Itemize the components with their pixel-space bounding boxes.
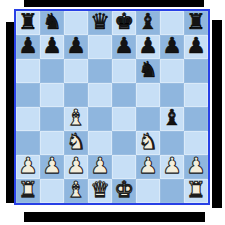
square-e3[interactable]	[112, 131, 136, 155]
black-pawn[interactable]: ♟	[18, 35, 38, 58]
black-rook[interactable]: ♜	[18, 11, 38, 34]
black-rook[interactable]: ♜	[186, 11, 206, 34]
square-g3[interactable]	[160, 131, 184, 155]
square-a5[interactable]	[16, 83, 40, 107]
chess-app-window: ♜♞♛♚♝♜♟♟♟♟♟♟♟♞♝♝♞♞♟♟♟♟♟♟♟♜♝♛♚♜	[0, 0, 225, 225]
square-b7[interactable]: ♟	[40, 35, 64, 59]
square-c2[interactable]: ♟	[64, 155, 88, 179]
square-g6[interactable]	[160, 59, 184, 83]
square-c3[interactable]: ♞	[64, 131, 88, 155]
square-e7[interactable]: ♟	[112, 35, 136, 59]
white-pawn[interactable]: ♟	[42, 155, 62, 178]
black-pawn[interactable]: ♟	[138, 35, 158, 58]
square-b1[interactable]	[40, 179, 64, 203]
square-b4[interactable]	[40, 107, 64, 131]
white-knight[interactable]: ♞	[66, 131, 86, 154]
square-e2[interactable]	[112, 155, 136, 179]
black-pawn[interactable]: ♟	[66, 35, 86, 58]
square-b8[interactable]: ♞	[40, 11, 64, 35]
chess-board: ♜♞♛♚♝♜♟♟♟♟♟♟♟♞♝♝♞♞♟♟♟♟♟♟♟♜♝♛♚♜	[14, 9, 210, 205]
square-d4[interactable]	[88, 107, 112, 131]
white-bishop[interactable]: ♝	[66, 179, 86, 202]
square-f5[interactable]	[136, 83, 160, 107]
square-e8[interactable]: ♚	[112, 11, 136, 35]
white-king[interactable]: ♚	[114, 179, 134, 202]
square-f8[interactable]: ♝	[136, 11, 160, 35]
square-h6[interactable]	[184, 59, 208, 83]
black-bishop[interactable]: ♝	[138, 11, 158, 34]
square-f7[interactable]: ♟	[136, 35, 160, 59]
square-g2[interactable]: ♟	[160, 155, 184, 179]
square-c4[interactable]: ♝	[64, 107, 88, 131]
square-b6[interactable]	[40, 59, 64, 83]
square-h3[interactable]	[184, 131, 208, 155]
square-e1[interactable]: ♚	[112, 179, 136, 203]
square-a7[interactable]: ♟	[16, 35, 40, 59]
square-c7[interactable]: ♟	[64, 35, 88, 59]
white-pawn[interactable]: ♟	[18, 155, 38, 178]
white-pawn[interactable]: ♟	[66, 155, 86, 178]
square-d1[interactable]: ♛	[88, 179, 112, 203]
square-a3[interactable]	[16, 131, 40, 155]
white-pawn[interactable]: ♟	[186, 155, 206, 178]
board-frame-shadow-bottom	[24, 212, 205, 222]
square-d6[interactable]	[88, 59, 112, 83]
square-g8[interactable]	[160, 11, 184, 35]
square-d7[interactable]	[88, 35, 112, 59]
board-frame-shadow-left	[6, 22, 14, 203]
square-c5[interactable]	[64, 83, 88, 107]
square-a1[interactable]: ♜	[16, 179, 40, 203]
white-knight[interactable]: ♞	[138, 131, 158, 154]
square-h7[interactable]: ♟	[184, 35, 208, 59]
square-d3[interactable]	[88, 131, 112, 155]
square-f1[interactable]	[136, 179, 160, 203]
square-g4[interactable]: ♝	[160, 107, 184, 131]
white-rook[interactable]: ♜	[18, 179, 38, 202]
square-e4[interactable]	[112, 107, 136, 131]
black-pawn[interactable]: ♟	[114, 35, 134, 58]
black-bishop[interactable]: ♝	[162, 107, 182, 130]
black-queen[interactable]: ♛	[90, 11, 110, 34]
white-queen[interactable]: ♛	[90, 179, 110, 202]
square-f4[interactable]	[136, 107, 160, 131]
square-e5[interactable]	[112, 83, 136, 107]
square-f2[interactable]: ♟	[136, 155, 160, 179]
square-b2[interactable]: ♟	[40, 155, 64, 179]
white-pawn[interactable]: ♟	[162, 155, 182, 178]
square-h8[interactable]: ♜	[184, 11, 208, 35]
square-d5[interactable]	[88, 83, 112, 107]
square-c8[interactable]	[64, 11, 88, 35]
black-king[interactable]: ♚	[114, 11, 134, 34]
white-rook[interactable]: ♜	[186, 179, 206, 202]
square-h4[interactable]	[184, 107, 208, 131]
square-a8[interactable]: ♜	[16, 11, 40, 35]
board-frame-shadow-right	[212, 20, 222, 208]
square-d8[interactable]: ♛	[88, 11, 112, 35]
square-g1[interactable]	[160, 179, 184, 203]
black-knight[interactable]: ♞	[42, 11, 62, 34]
black-pawn[interactable]: ♟	[162, 35, 182, 58]
square-f3[interactable]: ♞	[136, 131, 160, 155]
square-a2[interactable]: ♟	[16, 155, 40, 179]
square-a4[interactable]	[16, 107, 40, 131]
black-knight[interactable]: ♞	[138, 59, 158, 82]
square-b3[interactable]	[40, 131, 64, 155]
white-bishop[interactable]: ♝	[66, 107, 86, 130]
square-f6[interactable]: ♞	[136, 59, 160, 83]
square-d2[interactable]: ♟	[88, 155, 112, 179]
square-h2[interactable]: ♟	[184, 155, 208, 179]
square-a6[interactable]	[16, 59, 40, 83]
square-h1[interactable]: ♜	[184, 179, 208, 203]
black-pawn[interactable]: ♟	[42, 35, 62, 58]
black-pawn[interactable]: ♟	[186, 35, 206, 58]
square-c1[interactable]: ♝	[64, 179, 88, 203]
square-g5[interactable]	[160, 83, 184, 107]
square-b5[interactable]	[40, 83, 64, 107]
square-h5[interactable]	[184, 83, 208, 107]
square-e6[interactable]	[112, 59, 136, 83]
square-c6[interactable]	[64, 59, 88, 83]
white-pawn[interactable]: ♟	[90, 155, 110, 178]
white-pawn[interactable]: ♟	[138, 155, 158, 178]
square-g7[interactable]: ♟	[160, 35, 184, 59]
board-frame-shadow-top	[24, 0, 204, 7]
